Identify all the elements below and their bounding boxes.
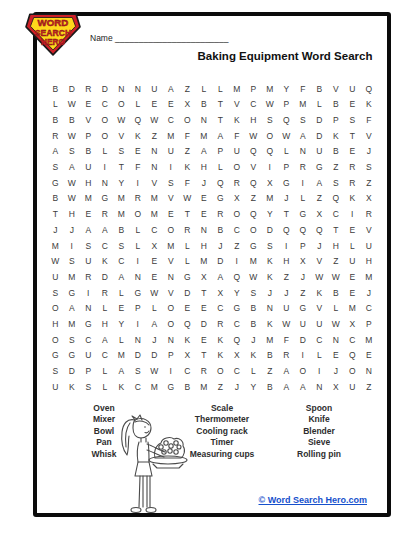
grid-cell-r20c7[interactable]: M: [146, 379, 163, 395]
grid-cell-r5c7[interactable]: N: [146, 144, 163, 160]
grid-cell-r5c4[interactable]: L: [97, 144, 114, 160]
grid-cell-r14c4[interactable]: R: [97, 285, 114, 301]
grid-cell-r8c17[interactable]: Z: [311, 191, 328, 207]
grid-cell-r1c14[interactable]: M: [262, 81, 279, 97]
grid-cell-r11c2[interactable]: I: [64, 238, 81, 254]
grid-cell-r20c16[interactable]: A: [295, 379, 312, 395]
grid-cell-r3c12[interactable]: K: [229, 112, 246, 128]
grid-cell-r1c6[interactable]: N: [130, 81, 147, 97]
grid-cell-r9c12[interactable]: O: [229, 207, 246, 223]
grid-cell-r11c8[interactable]: M: [163, 238, 180, 254]
grid-cell-r15c11[interactable]: C: [212, 301, 229, 317]
grid-cell-r13c14[interactable]: K: [262, 269, 279, 285]
grid-cell-r2c16[interactable]: M: [295, 97, 312, 113]
grid-cell-r6c6[interactable]: F: [130, 159, 147, 175]
grid-cell-r2c19[interactable]: E: [344, 97, 361, 113]
grid-cell-r2c13[interactable]: C: [245, 97, 262, 113]
grid-cell-r16c13[interactable]: B: [245, 316, 262, 332]
grid-cell-r18c8[interactable]: P: [163, 348, 180, 364]
grid-cell-r17c5[interactable]: L: [113, 332, 130, 348]
grid-cell-r4c19[interactable]: T: [344, 128, 361, 144]
grid-cell-r16c18[interactable]: W: [328, 316, 345, 332]
grid-cell-r13c10[interactable]: X: [196, 269, 213, 285]
grid-cell-r6c2[interactable]: A: [64, 159, 81, 175]
grid-cell-r14c6[interactable]: G: [130, 285, 147, 301]
grid-cell-r5c1[interactable]: A: [47, 144, 64, 160]
grid-cell-r5c19[interactable]: E: [344, 144, 361, 160]
grid-cell-r1c18[interactable]: V: [328, 81, 345, 97]
grid-cell-r5c10[interactable]: A: [196, 144, 213, 160]
grid-cell-r18c15[interactable]: R: [278, 348, 295, 364]
grid-cell-r8c1[interactable]: B: [47, 191, 64, 207]
grid-cell-r4c18[interactable]: K: [328, 128, 345, 144]
grid-cell-r18c14[interactable]: B: [262, 348, 279, 364]
grid-cell-r7c3[interactable]: H: [80, 175, 97, 191]
grid-cell-r2c10[interactable]: B: [196, 97, 213, 113]
grid-cell-r6c14[interactable]: I: [262, 159, 279, 175]
grid-cell-r9c10[interactable]: E: [196, 207, 213, 223]
grid-cell-r17c4[interactable]: A: [97, 332, 114, 348]
grid-cell-r17c15[interactable]: F: [278, 332, 295, 348]
grid-cell-r19c13[interactable]: L: [245, 364, 262, 380]
grid-cell-r3c15[interactable]: Q: [278, 112, 295, 128]
grid-cell-r15c9[interactable]: E: [179, 301, 196, 317]
grid-cell-r5c5[interactable]: S: [113, 144, 130, 160]
grid-cell-r13c2[interactable]: M: [64, 269, 81, 285]
grid-cell-r11c17[interactable]: J: [311, 238, 328, 254]
grid-cell-r20c8[interactable]: G: [163, 379, 180, 395]
grid-cell-r13c7[interactable]: E: [146, 269, 163, 285]
grid-cell-r20c20[interactable]: Z: [361, 379, 378, 395]
grid-cell-r14c14[interactable]: J: [262, 285, 279, 301]
grid-cell-r19c5[interactable]: A: [113, 364, 130, 380]
grid-cell-r11c19[interactable]: L: [344, 238, 361, 254]
grid-cell-r4c1[interactable]: R: [47, 128, 64, 144]
grid-cell-r8c7[interactable]: M: [146, 191, 163, 207]
grid-cell-r10c13[interactable]: O: [245, 222, 262, 238]
grid-cell-r18c19[interactable]: Q: [344, 348, 361, 364]
grid-cell-r5c16[interactable]: N: [295, 144, 312, 160]
grid-cell-r8c13[interactable]: Z: [245, 191, 262, 207]
grid-cell-r2c1[interactable]: L: [47, 97, 64, 113]
grid-cell-r1c12[interactable]: M: [229, 81, 246, 97]
grid-cell-r3c13[interactable]: H: [245, 112, 262, 128]
grid-cell-r10c18[interactable]: T: [328, 222, 345, 238]
grid-cell-r15c8[interactable]: O: [163, 301, 180, 317]
grid-cell-r7c19[interactable]: R: [344, 175, 361, 191]
grid-cell-r2c9[interactable]: X: [179, 97, 196, 113]
grid-cell-r16c16[interactable]: U: [295, 316, 312, 332]
grid-cell-r16c11[interactable]: R: [212, 316, 229, 332]
grid-cell-r12c5[interactable]: C: [113, 254, 130, 270]
grid-cell-r11c13[interactable]: G: [245, 238, 262, 254]
grid-cell-r19c19[interactable]: O: [344, 364, 361, 380]
grid-cell-r5c18[interactable]: B: [328, 144, 345, 160]
grid-cell-r17c13[interactable]: J: [245, 332, 262, 348]
grid-cell-r8c11[interactable]: G: [212, 191, 229, 207]
grid-cell-r14c15[interactable]: J: [278, 285, 295, 301]
grid-cell-r17c3[interactable]: C: [80, 332, 97, 348]
grid-cell-r5c3[interactable]: B: [80, 144, 97, 160]
grid-cell-r12c8[interactable]: V: [163, 254, 180, 270]
grid-cell-r17c20[interactable]: M: [361, 332, 378, 348]
grid-cell-r10c20[interactable]: V: [361, 222, 378, 238]
grid-cell-r2c5[interactable]: O: [113, 97, 130, 113]
grid-cell-r12c13[interactable]: M: [245, 254, 262, 270]
grid-cell-r14c7[interactable]: W: [146, 285, 163, 301]
grid-cell-r3c3[interactable]: V: [80, 112, 97, 128]
grid-cell-r18c18[interactable]: E: [328, 348, 345, 364]
grid-cell-r19c6[interactable]: S: [130, 364, 147, 380]
grid-cell-r12c9[interactable]: L: [179, 254, 196, 270]
grid-cell-r3c18[interactable]: P: [328, 112, 345, 128]
grid-cell-r15c18[interactable]: L: [328, 301, 345, 317]
grid-cell-r19c3[interactable]: P: [80, 364, 97, 380]
grid-cell-r15c15[interactable]: U: [278, 301, 295, 317]
grid-cell-r8c12[interactable]: X: [229, 191, 246, 207]
grid-cell-r7c17[interactable]: A: [311, 175, 328, 191]
grid-cell-r7c7[interactable]: V: [146, 175, 163, 191]
grid-cell-r11c4[interactable]: C: [97, 238, 114, 254]
grid-cell-r7c2[interactable]: W: [64, 175, 81, 191]
grid-cell-r19c12[interactable]: C: [229, 364, 246, 380]
grid-cell-r19c7[interactable]: W: [146, 364, 163, 380]
grid-cell-r12c2[interactable]: S: [64, 254, 81, 270]
grid-cell-r12c20[interactable]: H: [361, 254, 378, 270]
grid-cell-r5c12[interactable]: U: [229, 144, 246, 160]
grid-cell-r12c10[interactable]: M: [196, 254, 213, 270]
grid-cell-r20c9[interactable]: B: [179, 379, 196, 395]
grid-cell-r4c13[interactable]: W: [245, 128, 262, 144]
grid-cell-r15c6[interactable]: P: [130, 301, 147, 317]
grid-cell-r3c6[interactable]: Q: [130, 112, 147, 128]
grid-cell-r4c10[interactable]: M: [196, 128, 213, 144]
grid-cell-r7c14[interactable]: X: [262, 175, 279, 191]
grid-cell-r1c17[interactable]: B: [311, 81, 328, 97]
grid-cell-r9c15[interactable]: T: [278, 207, 295, 223]
grid-cell-r6c19[interactable]: R: [344, 159, 361, 175]
grid-cell-r12c18[interactable]: Z: [328, 254, 345, 270]
grid-cell-r10c9[interactable]: R: [179, 222, 196, 238]
grid-cell-r6c10[interactable]: H: [196, 159, 213, 175]
grid-cell-r15c3[interactable]: N: [80, 301, 97, 317]
grid-cell-r6c17[interactable]: G: [311, 159, 328, 175]
grid-cell-r9c5[interactable]: M: [113, 207, 130, 223]
grid-cell-r9c4[interactable]: R: [97, 207, 114, 223]
grid-cell-r16c15[interactable]: W: [278, 316, 295, 332]
grid-cell-r3c7[interactable]: W: [146, 112, 163, 128]
grid-cell-r13c3[interactable]: R: [80, 269, 97, 285]
grid-cell-r11c11[interactable]: J: [212, 238, 229, 254]
grid-cell-r7c16[interactable]: I: [295, 175, 312, 191]
grid-cell-r13c18[interactable]: W: [328, 269, 345, 285]
grid-cell-r11c15[interactable]: I: [278, 238, 295, 254]
grid-cell-r10c15[interactable]: Q: [278, 222, 295, 238]
grid-cell-r10c10[interactable]: N: [196, 222, 213, 238]
grid-cell-r7c8[interactable]: S: [163, 175, 180, 191]
grid-cell-r2c8[interactable]: E: [163, 97, 180, 113]
grid-cell-r9c3[interactable]: E: [80, 207, 97, 223]
grid-cell-r18c17[interactable]: L: [311, 348, 328, 364]
grid-cell-r5c14[interactable]: Q: [262, 144, 279, 160]
grid-cell-r2c20[interactable]: K: [361, 97, 378, 113]
grid-cell-r10c2[interactable]: J: [64, 222, 81, 238]
grid-cell-r6c12[interactable]: O: [229, 159, 246, 175]
grid-cell-r4c3[interactable]: P: [80, 128, 97, 144]
grid-cell-r14c5[interactable]: L: [113, 285, 130, 301]
grid-cell-r19c8[interactable]: I: [163, 364, 180, 380]
grid-cell-r16c4[interactable]: H: [97, 316, 114, 332]
grid-cell-r13c6[interactable]: N: [130, 269, 147, 285]
grid-cell-r19c15[interactable]: A: [278, 364, 295, 380]
grid-cell-r18c7[interactable]: D: [146, 348, 163, 364]
grid-cell-r1c1[interactable]: B: [47, 81, 64, 97]
grid-cell-r2c17[interactable]: L: [311, 97, 328, 113]
grid-cell-r17c11[interactable]: K: [212, 332, 229, 348]
grid-cell-r3c11[interactable]: T: [212, 112, 229, 128]
grid-cell-r17c2[interactable]: S: [64, 332, 81, 348]
grid-cell-r4c15[interactable]: W: [278, 128, 295, 144]
grid-cell-r6c11[interactable]: L: [212, 159, 229, 175]
grid-cell-r9c6[interactable]: O: [130, 207, 147, 223]
grid-cell-r1c10[interactable]: L: [196, 81, 213, 97]
grid-cell-r7c20[interactable]: Z: [361, 175, 378, 191]
grid-cell-r11c10[interactable]: H: [196, 238, 213, 254]
grid-cell-r10c4[interactable]: A: [97, 222, 114, 238]
grid-cell-r3c17[interactable]: D: [311, 112, 328, 128]
grid-cell-r20c1[interactable]: U: [47, 379, 64, 395]
grid-cell-r17c19[interactable]: C: [344, 332, 361, 348]
grid-cell-r12c1[interactable]: W: [47, 254, 64, 270]
grid-cell-r19c16[interactable]: O: [295, 364, 312, 380]
grid-cell-r17c7[interactable]: J: [146, 332, 163, 348]
grid-cell-r3c16[interactable]: S: [295, 112, 312, 128]
grid-cell-r6c5[interactable]: T: [113, 159, 130, 175]
grid-cell-r3c9[interactable]: O: [179, 112, 196, 128]
grid-cell-r2c12[interactable]: V: [229, 97, 246, 113]
grid-cell-r15c2[interactable]: A: [64, 301, 81, 317]
grid-cell-r12c16[interactable]: X: [295, 254, 312, 270]
grid-cell-r1c13[interactable]: P: [245, 81, 262, 97]
grid-cell-r7c1[interactable]: G: [47, 175, 64, 191]
grid-cell-r1c8[interactable]: A: [163, 81, 180, 97]
grid-cell-r8c18[interactable]: Q: [328, 191, 345, 207]
grid-cell-r10c3[interactable]: A: [80, 222, 97, 238]
grid-cell-r10c1[interactable]: J: [47, 222, 64, 238]
grid-cell-r7c6[interactable]: I: [130, 175, 147, 191]
grid-cell-r3c2[interactable]: B: [64, 112, 81, 128]
grid-cell-r3c20[interactable]: F: [361, 112, 378, 128]
grid-cell-r8c15[interactable]: J: [278, 191, 295, 207]
grid-cell-r7c15[interactable]: G: [278, 175, 295, 191]
grid-cell-r14c16[interactable]: Z: [295, 285, 312, 301]
grid-cell-r14c13[interactable]: S: [245, 285, 262, 301]
grid-cell-r15c16[interactable]: G: [295, 301, 312, 317]
grid-cell-r16c5[interactable]: Y: [113, 316, 130, 332]
grid-cell-r10c14[interactable]: D: [262, 222, 279, 238]
grid-cell-r15c4[interactable]: L: [97, 301, 114, 317]
grid-cell-r13c5[interactable]: A: [113, 269, 130, 285]
grid-cell-r19c2[interactable]: D: [64, 364, 81, 380]
grid-cell-r8c14[interactable]: M: [262, 191, 279, 207]
grid-cell-r9c17[interactable]: X: [311, 207, 328, 223]
grid-cell-r7c4[interactable]: N: [97, 175, 114, 191]
grid-cell-r4c11[interactable]: A: [212, 128, 229, 144]
grid-cell-r1c15[interactable]: Y: [278, 81, 295, 97]
grid-cell-r12c12[interactable]: I: [229, 254, 246, 270]
grid-cell-r20c18[interactable]: X: [328, 379, 345, 395]
grid-cell-r1c7[interactable]: U: [146, 81, 163, 97]
grid-cell-r17c8[interactable]: N: [163, 332, 180, 348]
grid-cell-r16c7[interactable]: A: [146, 316, 163, 332]
grid-cell-r3c19[interactable]: S: [344, 112, 361, 128]
grid-cell-r8c8[interactable]: V: [163, 191, 180, 207]
grid-cell-r10c17[interactable]: Q: [311, 222, 328, 238]
grid-cell-r11c18[interactable]: H: [328, 238, 345, 254]
grid-cell-r15c19[interactable]: M: [344, 301, 361, 317]
grid-cell-r5c9[interactable]: Z: [179, 144, 196, 160]
grid-cell-r6c8[interactable]: I: [163, 159, 180, 175]
grid-cell-r18c5[interactable]: M: [113, 348, 130, 364]
grid-cell-r15c17[interactable]: V: [311, 301, 328, 317]
grid-cell-r17c14[interactable]: M: [262, 332, 279, 348]
grid-cell-r19c4[interactable]: L: [97, 364, 114, 380]
grid-cell-r6c20[interactable]: S: [361, 159, 378, 175]
grid-cell-r10c16[interactable]: Q: [295, 222, 312, 238]
grid-cell-r13c4[interactable]: D: [97, 269, 114, 285]
grid-cell-r16c20[interactable]: P: [361, 316, 378, 332]
grid-cell-r11c1[interactable]: M: [47, 238, 64, 254]
grid-cell-r19c10[interactable]: R: [196, 364, 213, 380]
grid-cell-r10c12[interactable]: C: [229, 222, 246, 238]
grid-cell-r11c14[interactable]: S: [262, 238, 279, 254]
grid-cell-r6c13[interactable]: V: [245, 159, 262, 175]
grid-cell-r7c11[interactable]: Q: [212, 175, 229, 191]
grid-cell-r12c17[interactable]: V: [311, 254, 328, 270]
grid-cell-r15c13[interactable]: B: [245, 301, 262, 317]
grid-cell-r6c3[interactable]: U: [80, 159, 97, 175]
grid-cell-r11c5[interactable]: S: [113, 238, 130, 254]
grid-cell-r20c10[interactable]: M: [196, 379, 213, 395]
grid-cell-r1c5[interactable]: N: [113, 81, 130, 97]
grid-cell-r6c7[interactable]: N: [146, 159, 163, 175]
grid-cell-r2c2[interactable]: W: [64, 97, 81, 113]
grid-cell-r13c19[interactable]: E: [344, 269, 361, 285]
grid-cell-r14c2[interactable]: G: [64, 285, 81, 301]
grid-cell-r13c17[interactable]: W: [311, 269, 328, 285]
grid-cell-r7c13[interactable]: Q: [245, 175, 262, 191]
grid-cell-r19c11[interactable]: O: [212, 364, 229, 380]
grid-cell-r15c14[interactable]: N: [262, 301, 279, 317]
grid-cell-r3c4[interactable]: O: [97, 112, 114, 128]
grid-cell-r7c18[interactable]: S: [328, 175, 345, 191]
grid-cell-r17c16[interactable]: D: [295, 332, 312, 348]
grid-cell-r18c2[interactable]: G: [64, 348, 81, 364]
grid-cell-r9c16[interactable]: G: [295, 207, 312, 223]
grid-cell-r8c3[interactable]: M: [80, 191, 97, 207]
grid-cell-r9c18[interactable]: C: [328, 207, 345, 223]
grid-cell-r20c17[interactable]: N: [311, 379, 328, 395]
grid-cell-r17c6[interactable]: N: [130, 332, 147, 348]
grid-cell-r16c9[interactable]: Q: [179, 316, 196, 332]
grid-cell-r4c7[interactable]: Z: [146, 128, 163, 144]
grid-cell-r14c18[interactable]: B: [328, 285, 345, 301]
grid-cell-r17c18[interactable]: N: [328, 332, 345, 348]
grid-cell-r6c15[interactable]: P: [278, 159, 295, 175]
grid-cell-r12c14[interactable]: K: [262, 254, 279, 270]
grid-cell-r16c8[interactable]: O: [163, 316, 180, 332]
grid-cell-r17c1[interactable]: O: [47, 332, 64, 348]
grid-cell-r4c20[interactable]: V: [361, 128, 378, 144]
grid-cell-r2c11[interactable]: T: [212, 97, 229, 113]
grid-cell-r19c9[interactable]: C: [179, 364, 196, 380]
grid-cell-r14c12[interactable]: Y: [229, 285, 246, 301]
grid-cell-r7c10[interactable]: J: [196, 175, 213, 191]
grid-cell-r5c8[interactable]: U: [163, 144, 180, 160]
grid-cell-r14c20[interactable]: J: [361, 285, 378, 301]
grid-cell-r6c18[interactable]: Z: [328, 159, 345, 175]
grid-cell-r6c16[interactable]: R: [295, 159, 312, 175]
grid-cell-r20c19[interactable]: U: [344, 379, 361, 395]
grid-cell-r20c4[interactable]: L: [97, 379, 114, 395]
grid-cell-r18c11[interactable]: K: [212, 348, 229, 364]
grid-cell-r2c6[interactable]: L: [130, 97, 147, 113]
grid-cell-r9c19[interactable]: I: [344, 207, 361, 223]
grid-cell-r11c7[interactable]: X: [146, 238, 163, 254]
grid-cell-r16c2[interactable]: M: [64, 316, 81, 332]
grid-cell-r9c20[interactable]: R: [361, 207, 378, 223]
grid-cell-r15c20[interactable]: C: [361, 301, 378, 317]
grid-cell-r18c16[interactable]: I: [295, 348, 312, 364]
grid-cell-r7c9[interactable]: F: [179, 175, 196, 191]
grid-cell-r16c12[interactable]: C: [229, 316, 246, 332]
grid-cell-r12c11[interactable]: D: [212, 254, 229, 270]
grid-cell-r18c12[interactable]: X: [229, 348, 246, 364]
grid-cell-r2c15[interactable]: P: [278, 97, 295, 113]
grid-cell-r2c4[interactable]: C: [97, 97, 114, 113]
grid-cell-r3c8[interactable]: C: [163, 112, 180, 128]
grid-cell-r12c4[interactable]: K: [97, 254, 114, 270]
grid-cell-r1c11[interactable]: L: [212, 81, 229, 97]
grid-cell-r8c9[interactable]: W: [179, 191, 196, 207]
grid-cell-r9c2[interactable]: H: [64, 207, 81, 223]
grid-cell-r8c2[interactable]: W: [64, 191, 81, 207]
grid-cell-r6c1[interactable]: S: [47, 159, 64, 175]
grid-cell-r11c6[interactable]: L: [130, 238, 147, 254]
grid-cell-r20c11[interactable]: Z: [212, 379, 229, 395]
word-search-hero-link[interactable]: © Word Search Hero.com: [259, 495, 368, 505]
grid-cell-r11c9[interactable]: L: [179, 238, 196, 254]
grid-cell-r9c7[interactable]: M: [146, 207, 163, 223]
grid-cell-r6c4[interactable]: I: [97, 159, 114, 175]
grid-cell-r19c18[interactable]: J: [328, 364, 345, 380]
grid-cell-r6c9[interactable]: K: [179, 159, 196, 175]
grid-cell-r11c20[interactable]: U: [361, 238, 378, 254]
grid-cell-r20c12[interactable]: J: [229, 379, 246, 395]
grid-cell-r10c8[interactable]: O: [163, 222, 180, 238]
grid-cell-r14c10[interactable]: T: [196, 285, 213, 301]
grid-cell-r4c5[interactable]: V: [113, 128, 130, 144]
grid-cell-r1c3[interactable]: R: [80, 81, 97, 97]
grid-cell-r13c15[interactable]: Z: [278, 269, 295, 285]
grid-cell-r14c8[interactable]: V: [163, 285, 180, 301]
grid-cell-r1c4[interactable]: D: [97, 81, 114, 97]
grid-cell-r1c20[interactable]: Q: [361, 81, 378, 97]
grid-cell-r20c5[interactable]: K: [113, 379, 130, 395]
grid-cell-r8c6[interactable]: R: [130, 191, 147, 207]
grid-cell-r2c3[interactable]: E: [80, 97, 97, 113]
grid-cell-r15c5[interactable]: E: [113, 301, 130, 317]
